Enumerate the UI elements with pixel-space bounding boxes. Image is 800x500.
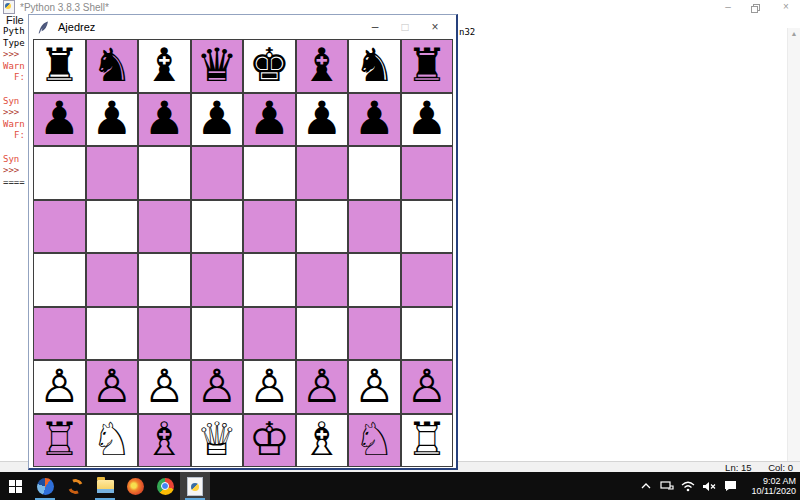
square-b1[interactable]: ♘ — [86, 414, 139, 468]
square-h6[interactable] — [401, 146, 454, 200]
square-f2[interactable]: ♙ — [296, 360, 349, 414]
square-g6[interactable] — [348, 146, 401, 200]
square-f3[interactable] — [296, 307, 349, 361]
square-a2[interactable]: ♙ — [33, 360, 86, 414]
square-b7[interactable]: ♟ — [86, 93, 139, 147]
piece-black-knight: ♞ — [91, 42, 132, 88]
piece-black-knight: ♞ — [354, 42, 395, 88]
square-b3[interactable] — [86, 307, 139, 361]
ajedrez-maximize-button: □ — [390, 15, 420, 39]
idle-restore-button[interactable] — [751, 4, 763, 11]
square-a3[interactable] — [33, 307, 86, 361]
piece-black-queen: ♛ — [196, 42, 237, 88]
piece-white-pawn: ♙ — [354, 363, 395, 409]
square-e6[interactable] — [243, 146, 296, 200]
tray-chevron-up-icon[interactable] — [639, 477, 653, 495]
taskbar-file-explorer-button[interactable] — [90, 472, 120, 500]
piece-black-king: ♚ — [249, 42, 290, 88]
taskbar-arcs-app-button[interactable] — [60, 472, 90, 500]
ajedrez-minimize-button[interactable]: – — [360, 15, 390, 39]
square-f6[interactable] — [296, 146, 349, 200]
square-a7[interactable]: ♟ — [33, 93, 86, 147]
chess-board: ♜♞♝♛♚♝♞♜♟♟♟♟♟♟♟♟♙♙♙♙♙♙♙♙♖♘♗♕♔♗♘♖ — [33, 39, 453, 467]
square-a6[interactable] — [33, 146, 86, 200]
square-d7[interactable]: ♟ — [191, 93, 244, 147]
square-g2[interactable]: ♙ — [348, 360, 401, 414]
clock-time: 9:02 AM — [744, 476, 796, 486]
python-file-icon — [187, 477, 203, 496]
ajedrez-close-button[interactable]: × — [420, 15, 450, 39]
square-b5[interactable] — [86, 200, 139, 254]
square-f4[interactable] — [296, 253, 349, 307]
idle-window-title: *Python 3.8.3 Shell* — [20, 2, 109, 13]
square-c2[interactable]: ♙ — [138, 360, 191, 414]
ajedrez-titlebar[interactable]: Ajedrez – □ × — [29, 15, 456, 39]
tk-feather-icon — [37, 21, 50, 34]
piece-black-pawn: ♟ — [144, 95, 185, 141]
wifi-icon[interactable] — [681, 477, 695, 495]
shell-line1-tail: n32 — [459, 27, 475, 37]
system-tray: 9:02 AM 10/11/2020 — [639, 472, 800, 500]
shell-line: Syn — [3, 96, 25, 108]
scroll-up-icon[interactable]: ▲ — [788, 28, 800, 40]
shell-line: Warn — [3, 61, 25, 73]
square-e7[interactable]: ♟ — [243, 93, 296, 147]
square-h7[interactable]: ♟ — [401, 93, 454, 147]
piece-black-pawn: ♟ — [354, 95, 395, 141]
square-h8[interactable]: ♜ — [401, 39, 454, 93]
vertical-scrollbar[interactable]: ▲ — [787, 28, 800, 461]
start-button[interactable] — [0, 472, 30, 500]
idle-titlebar: *Python 3.8.3 Shell* – × — [0, 0, 800, 14]
taskbar-chrome-button[interactable] — [150, 472, 180, 500]
square-e4[interactable] — [243, 253, 296, 307]
piece-white-rook: ♖ — [406, 416, 447, 462]
square-d1[interactable]: ♕ — [191, 414, 244, 468]
square-b6[interactable] — [86, 146, 139, 200]
shell-line: >>> — [3, 107, 25, 119]
square-g8[interactable]: ♞ — [348, 39, 401, 93]
piece-white-pawn: ♙ — [406, 363, 447, 409]
shell-line — [3, 142, 25, 154]
taskbar-python-idle-button[interactable] — [180, 472, 210, 500]
square-f5[interactable] — [296, 200, 349, 254]
shell-line: >>> — [3, 165, 25, 177]
piece-white-pawn: ♙ — [91, 363, 132, 409]
taskbar-globe-app-button[interactable] — [30, 472, 60, 500]
notification-icon[interactable] — [723, 477, 737, 495]
restore-icon — [751, 4, 758, 11]
shell-line: Pyth — [3, 26, 25, 38]
piece-white-knight: ♘ — [354, 416, 395, 462]
square-g7[interactable]: ♟ — [348, 93, 401, 147]
square-b8[interactable]: ♞ — [86, 39, 139, 93]
taskbar-clock[interactable]: 9:02 AM 10/11/2020 — [744, 476, 796, 496]
shell-line: Syn — [3, 154, 25, 166]
square-h2[interactable]: ♙ — [401, 360, 454, 414]
idle-app-icon — [3, 0, 15, 14]
piece-white-pawn: ♙ — [301, 363, 342, 409]
piece-black-pawn: ♟ — [301, 95, 342, 141]
square-d6[interactable] — [191, 146, 244, 200]
square-d5[interactable] — [191, 200, 244, 254]
square-f8[interactable]: ♝ — [296, 39, 349, 93]
piece-white-queen: ♕ — [196, 416, 237, 462]
piece-black-pawn: ♟ — [39, 95, 80, 141]
shell-line: F: — [3, 130, 25, 142]
piece-white-king: ♔ — [249, 416, 290, 462]
idle-close-button[interactable]: × — [780, 0, 792, 14]
square-d8[interactable]: ♛ — [191, 39, 244, 93]
square-f7[interactable]: ♟ — [296, 93, 349, 147]
shell-line: Type — [3, 38, 25, 50]
ethernet-icon[interactable] — [660, 477, 674, 495]
shell-text-area[interactable]: PythType>>>WarnF: Syn>>>WarnF: Syn>>>===… — [3, 26, 25, 188]
square-g5[interactable] — [348, 200, 401, 254]
square-a5[interactable] — [33, 200, 86, 254]
square-b4[interactable] — [86, 253, 139, 307]
square-e1[interactable]: ♔ — [243, 414, 296, 468]
piece-black-pawn: ♟ — [91, 95, 132, 141]
square-f1[interactable]: ♗ — [296, 414, 349, 468]
square-e5[interactable] — [243, 200, 296, 254]
square-h1[interactable]: ♖ — [401, 414, 454, 468]
square-e3[interactable] — [243, 307, 296, 361]
taskbar-firefox-button[interactable] — [120, 472, 150, 500]
piece-white-pawn: ♙ — [249, 363, 290, 409]
taskbar: 9:02 AM 10/11/2020 — [0, 472, 800, 500]
square-d2[interactable]: ♙ — [191, 360, 244, 414]
ajedrez-window: Ajedrez – □ × ♜♞♝♛♚♝♞♜♟♟♟♟♟♟♟♟♙♙♙♙♙♙♙♙♖♘… — [28, 14, 458, 470]
square-d3[interactable] — [191, 307, 244, 361]
piece-white-bishop: ♗ — [301, 416, 342, 462]
idle-minimize-button[interactable]: – — [722, 0, 734, 14]
ajedrez-window-title: Ajedrez — [58, 21, 95, 33]
shell-line: ==== — [3, 177, 25, 189]
square-a4[interactable] — [33, 253, 86, 307]
square-e2[interactable]: ♙ — [243, 360, 296, 414]
speaker-muted-icon[interactable] — [702, 477, 716, 495]
windows-logo-icon — [9, 480, 22, 493]
piece-white-pawn: ♙ — [144, 363, 185, 409]
piece-white-rook: ♖ — [39, 416, 80, 462]
piece-white-pawn: ♙ — [39, 363, 80, 409]
piece-white-bishop: ♗ — [144, 416, 185, 462]
square-d4[interactable] — [191, 253, 244, 307]
orange-arcs-icon — [65, 476, 84, 495]
square-h3[interactable] — [401, 307, 454, 361]
piece-white-pawn: ♙ — [196, 363, 237, 409]
square-g1[interactable]: ♘ — [348, 414, 401, 468]
shell-line: F: — [3, 72, 25, 84]
square-c6[interactable] — [138, 146, 191, 200]
square-a8[interactable]: ♜ — [33, 39, 86, 93]
shell-line: >>> — [3, 49, 25, 61]
square-c7[interactable]: ♟ — [138, 93, 191, 147]
colorful-globe-icon — [37, 478, 54, 495]
square-h4[interactable] — [401, 253, 454, 307]
shell-line — [3, 84, 25, 96]
menu-file[interactable]: File — [0, 14, 30, 26]
clock-date: 10/11/2020 — [744, 486, 796, 496]
square-c4[interactable] — [138, 253, 191, 307]
square-c3[interactable] — [138, 307, 191, 361]
square-g4[interactable] — [348, 253, 401, 307]
chrome-icon — [157, 478, 174, 495]
piece-black-pawn: ♟ — [196, 95, 237, 141]
shell-line: Warn — [3, 119, 25, 131]
square-c5[interactable] — [138, 200, 191, 254]
square-b2[interactable]: ♙ — [86, 360, 139, 414]
firefox-icon — [127, 478, 144, 495]
square-e8[interactable]: ♚ — [243, 39, 296, 93]
piece-black-pawn: ♟ — [249, 95, 290, 141]
square-g3[interactable] — [348, 307, 401, 361]
piece-black-bishop: ♝ — [301, 42, 342, 88]
piece-white-knight: ♘ — [91, 416, 132, 462]
piece-black-rook: ♜ — [406, 42, 447, 88]
piece-black-bishop: ♝ — [144, 42, 185, 88]
piece-black-pawn: ♟ — [406, 95, 447, 141]
piece-black-rook: ♜ — [39, 42, 80, 88]
square-a1[interactable]: ♖ — [33, 414, 86, 468]
square-c1[interactable]: ♗ — [138, 414, 191, 468]
square-c8[interactable]: ♝ — [138, 39, 191, 93]
folder-icon — [97, 480, 114, 493]
board-container: ♜♞♝♛♚♝♞♜♟♟♟♟♟♟♟♟♙♙♙♙♙♙♙♙♖♘♗♕♔♗♘♖ — [29, 39, 456, 467]
square-h5[interactable] — [401, 200, 454, 254]
